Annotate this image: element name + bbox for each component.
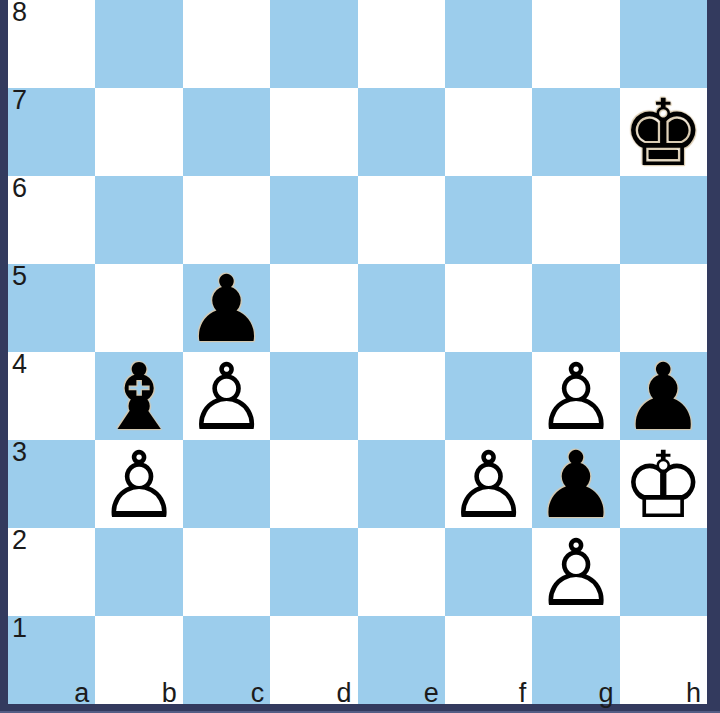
square-g3[interactable]: ♟ (532, 440, 619, 528)
rank-label-2: 2 (12, 526, 27, 556)
square-b7[interactable] (95, 88, 182, 176)
square-g7[interactable] (532, 88, 619, 176)
file-label-h: h (686, 679, 701, 709)
piece-white-king[interactable]: ♔ (622, 442, 704, 530)
square-h5[interactable] (620, 264, 707, 352)
square-a8[interactable]: 8 (8, 0, 95, 88)
piece-black-pawn[interactable]: ♟ (535, 442, 617, 530)
square-h3[interactable]: ♔ (620, 440, 707, 528)
square-b2[interactable] (95, 528, 182, 616)
piece-white-pawn[interactable]: ♙ (185, 354, 267, 442)
square-a2[interactable]: 2 (8, 528, 95, 616)
square-f3[interactable]: ♙ (445, 440, 532, 528)
square-h1[interactable]: h (620, 616, 707, 704)
square-b8[interactable] (95, 0, 182, 88)
square-h6[interactable] (620, 176, 707, 264)
rank-label-6: 6 (12, 174, 27, 204)
square-a7[interactable]: 7 (8, 88, 95, 176)
square-e1[interactable]: e (358, 616, 445, 704)
square-a5[interactable]: 5 (8, 264, 95, 352)
rank-label-1: 1 (12, 614, 27, 644)
file-label-g: g (599, 679, 614, 709)
file-label-b: b (162, 679, 177, 709)
square-d2[interactable] (270, 528, 357, 616)
chess-board: 87♚65♟4♝♙♙♟3♙♙♟♔2♙1abcdefgh (8, 0, 707, 704)
square-g1[interactable]: g (532, 616, 619, 704)
square-d8[interactable] (270, 0, 357, 88)
square-e4[interactable] (358, 352, 445, 440)
rank-label-4: 4 (12, 350, 27, 380)
square-f7[interactable] (445, 88, 532, 176)
square-e6[interactable] (358, 176, 445, 264)
square-d4[interactable] (270, 352, 357, 440)
file-label-d: d (336, 679, 351, 709)
square-c8[interactable] (183, 0, 270, 88)
square-d3[interactable] (270, 440, 357, 528)
board-frame: 87♚65♟4♝♙♙♟3♙♙♟♔2♙1abcdefgh (0, 0, 720, 713)
square-c3[interactable] (183, 440, 270, 528)
rank-label-7: 7 (12, 86, 27, 116)
square-h4[interactable]: ♟ (620, 352, 707, 440)
square-e2[interactable] (358, 528, 445, 616)
square-d7[interactable] (270, 88, 357, 176)
square-d5[interactable] (270, 264, 357, 352)
piece-black-pawn[interactable]: ♟ (622, 354, 704, 442)
square-e3[interactable] (358, 440, 445, 528)
square-a1[interactable]: 1a (8, 616, 95, 704)
file-label-f: f (519, 679, 527, 709)
square-a4[interactable]: 4 (8, 352, 95, 440)
piece-white-pawn[interactable]: ♙ (535, 354, 617, 442)
square-h7[interactable]: ♚ (620, 88, 707, 176)
square-c2[interactable] (183, 528, 270, 616)
piece-black-pawn[interactable]: ♟ (185, 266, 267, 354)
square-g2[interactable]: ♙ (532, 528, 619, 616)
piece-white-pawn[interactable]: ♙ (535, 530, 617, 618)
square-b5[interactable] (95, 264, 182, 352)
square-b1[interactable]: b (95, 616, 182, 704)
square-b3[interactable]: ♙ (95, 440, 182, 528)
square-f1[interactable]: f (445, 616, 532, 704)
square-e8[interactable] (358, 0, 445, 88)
square-h8[interactable] (620, 0, 707, 88)
square-c5[interactable]: ♟ (183, 264, 270, 352)
square-d1[interactable]: d (270, 616, 357, 704)
square-a3[interactable]: 3 (8, 440, 95, 528)
square-f8[interactable] (445, 0, 532, 88)
square-g5[interactable] (532, 264, 619, 352)
rank-label-8: 8 (12, 0, 27, 28)
piece-white-pawn[interactable]: ♙ (447, 442, 529, 530)
square-h2[interactable] (620, 528, 707, 616)
square-c6[interactable] (183, 176, 270, 264)
square-f4[interactable] (445, 352, 532, 440)
square-c4[interactable]: ♙ (183, 352, 270, 440)
piece-black-king[interactable]: ♚ (622, 90, 704, 178)
square-d6[interactable] (270, 176, 357, 264)
rank-label-3: 3 (12, 438, 27, 468)
square-f5[interactable] (445, 264, 532, 352)
square-g8[interactable] (532, 0, 619, 88)
square-e7[interactable] (358, 88, 445, 176)
square-b4[interactable]: ♝ (95, 352, 182, 440)
rank-label-5: 5 (12, 262, 27, 292)
square-c7[interactable] (183, 88, 270, 176)
piece-white-pawn[interactable]: ♙ (98, 442, 180, 530)
piece-black-bishop[interactable]: ♝ (98, 354, 180, 442)
square-c1[interactable]: c (183, 616, 270, 704)
square-f2[interactable] (445, 528, 532, 616)
square-e5[interactable] (358, 264, 445, 352)
square-g4[interactable]: ♙ (532, 352, 619, 440)
square-g6[interactable] (532, 176, 619, 264)
file-label-e: e (424, 679, 439, 709)
file-label-a: a (74, 679, 89, 709)
square-a6[interactable]: 6 (8, 176, 95, 264)
file-label-c: c (251, 679, 265, 709)
square-b6[interactable] (95, 176, 182, 264)
square-f6[interactable] (445, 176, 532, 264)
